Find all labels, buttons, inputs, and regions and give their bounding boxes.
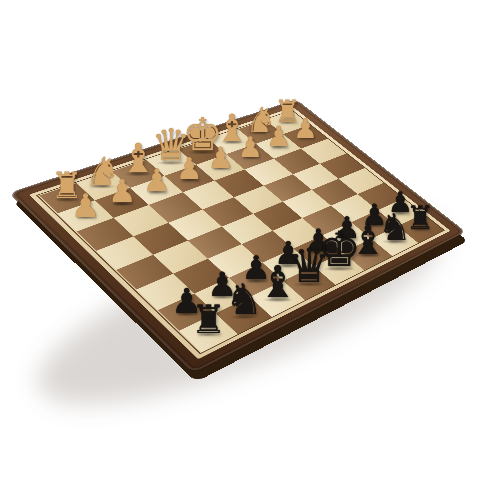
product-photo: ♜♞♝♛♚♝♞♜♟♟♟♟♟♟♟♟♟♟♟♟♟♟♟♟♜♞♝♛♚♝♞♜: [0, 0, 500, 500]
